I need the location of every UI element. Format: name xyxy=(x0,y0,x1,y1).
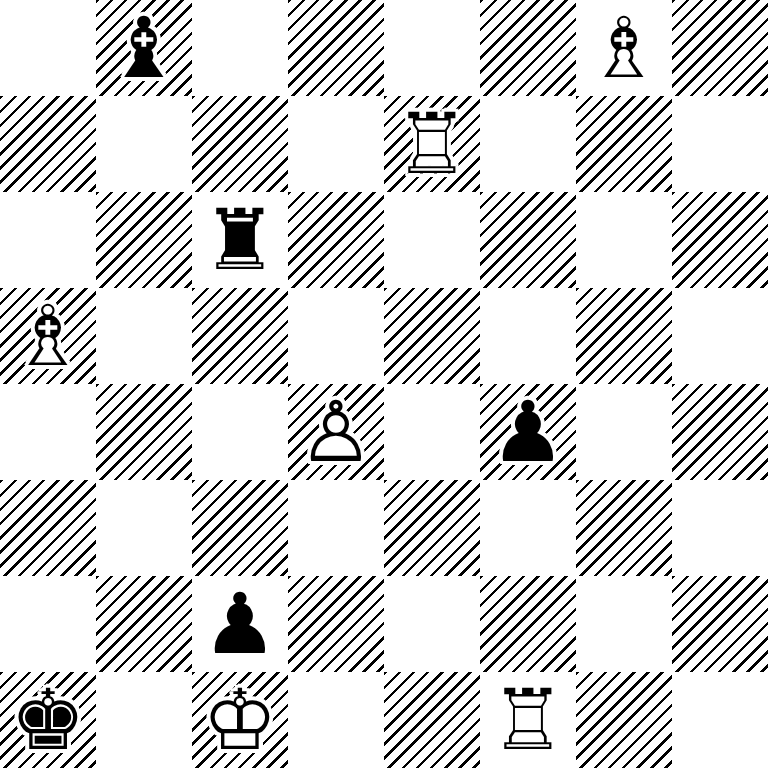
white-rook-piece: ♜♖ xyxy=(384,96,480,192)
white-rook-piece: ♜♖ xyxy=(480,672,576,768)
square-e1[interactable] xyxy=(384,672,480,768)
square-f3[interactable] xyxy=(480,480,576,576)
square-a8[interactable] xyxy=(0,0,96,96)
square-g6[interactable] xyxy=(576,192,672,288)
square-f1[interactable]: ♜♖ xyxy=(480,672,576,768)
black-rook-piece: ♜♜ xyxy=(192,192,288,288)
square-h5[interactable] xyxy=(672,288,768,384)
square-e4[interactable] xyxy=(384,384,480,480)
square-d7[interactable] xyxy=(288,96,384,192)
square-c3[interactable] xyxy=(192,480,288,576)
square-c1[interactable]: ♚♔ xyxy=(192,672,288,768)
square-d3[interactable] xyxy=(288,480,384,576)
square-h2[interactable] xyxy=(672,576,768,672)
white-pawn-piece: ♟♙ xyxy=(288,384,384,480)
square-h1[interactable] xyxy=(672,672,768,768)
square-c6[interactable]: ♜♜ xyxy=(192,192,288,288)
square-c5[interactable] xyxy=(192,288,288,384)
square-c2[interactable]: ♟♟ xyxy=(192,576,288,672)
square-h3[interactable] xyxy=(672,480,768,576)
square-g7[interactable] xyxy=(576,96,672,192)
square-e2[interactable] xyxy=(384,576,480,672)
white-bishop-piece: ♝♗ xyxy=(0,288,96,384)
square-b3[interactable] xyxy=(96,480,192,576)
square-f5[interactable] xyxy=(480,288,576,384)
square-f2[interactable] xyxy=(480,576,576,672)
square-c7[interactable] xyxy=(192,96,288,192)
square-e3[interactable] xyxy=(384,480,480,576)
square-d4[interactable]: ♟♙ xyxy=(288,384,384,480)
black-pawn-piece: ♟♟ xyxy=(480,384,576,480)
piece-glyph: ♚ xyxy=(0,672,96,768)
square-c4[interactable] xyxy=(192,384,288,480)
white-bishop-piece: ♝♗ xyxy=(576,0,672,96)
piece-glyph: ♗ xyxy=(576,0,672,96)
piece-glyph: ♖ xyxy=(384,96,480,192)
square-e7[interactable]: ♜♖ xyxy=(384,96,480,192)
square-d2[interactable] xyxy=(288,576,384,672)
square-a7[interactable] xyxy=(0,96,96,192)
piece-glyph: ♟ xyxy=(480,384,576,480)
square-c8[interactable] xyxy=(192,0,288,96)
square-h6[interactable] xyxy=(672,192,768,288)
square-b4[interactable] xyxy=(96,384,192,480)
square-b1[interactable] xyxy=(96,672,192,768)
square-a5[interactable]: ♝♗ xyxy=(0,288,96,384)
piece-glyph: ♝ xyxy=(96,0,192,96)
square-b5[interactable] xyxy=(96,288,192,384)
square-g4[interactable] xyxy=(576,384,672,480)
square-b6[interactable] xyxy=(96,192,192,288)
square-a3[interactable] xyxy=(0,480,96,576)
square-e5[interactable] xyxy=(384,288,480,384)
black-pawn-piece: ♟♟ xyxy=(192,576,288,672)
square-d5[interactable] xyxy=(288,288,384,384)
square-f8[interactable] xyxy=(480,0,576,96)
piece-glyph: ♖ xyxy=(480,672,576,768)
square-a4[interactable] xyxy=(0,384,96,480)
square-b2[interactable] xyxy=(96,576,192,672)
white-king-piece: ♚♔ xyxy=(192,672,288,768)
square-f7[interactable] xyxy=(480,96,576,192)
square-g5[interactable] xyxy=(576,288,672,384)
square-d8[interactable] xyxy=(288,0,384,96)
square-f6[interactable] xyxy=(480,192,576,288)
square-d6[interactable] xyxy=(288,192,384,288)
piece-glyph: ♜ xyxy=(192,192,288,288)
piece-glyph: ♟ xyxy=(192,576,288,672)
square-e6[interactable] xyxy=(384,192,480,288)
square-b8[interactable]: ♝♝ xyxy=(96,0,192,96)
square-f4[interactable]: ♟♟ xyxy=(480,384,576,480)
chess-board: ♝♝♝♗♜♖♜♜♝♗♟♙♟♟♟♟♚♚♚♔♜♖ xyxy=(0,0,768,768)
piece-glyph: ♙ xyxy=(288,384,384,480)
black-king-piece: ♚♚ xyxy=(0,672,96,768)
square-a1[interactable]: ♚♚ xyxy=(0,672,96,768)
piece-glyph: ♔ xyxy=(192,672,288,768)
square-d1[interactable] xyxy=(288,672,384,768)
square-a6[interactable] xyxy=(0,192,96,288)
square-b7[interactable] xyxy=(96,96,192,192)
square-h8[interactable] xyxy=(672,0,768,96)
square-g1[interactable] xyxy=(576,672,672,768)
square-h7[interactable] xyxy=(672,96,768,192)
square-e8[interactable] xyxy=(384,0,480,96)
square-g8[interactable]: ♝♗ xyxy=(576,0,672,96)
black-bishop-piece: ♝♝ xyxy=(96,0,192,96)
piece-glyph: ♗ xyxy=(0,288,96,384)
square-g3[interactable] xyxy=(576,480,672,576)
square-h4[interactable] xyxy=(672,384,768,480)
square-a2[interactable] xyxy=(0,576,96,672)
square-g2[interactable] xyxy=(576,576,672,672)
